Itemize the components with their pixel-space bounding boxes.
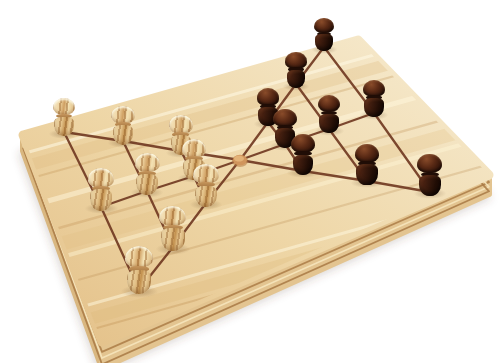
peg-body	[136, 174, 158, 195]
peg-head	[314, 18, 334, 33]
light-peg-LB2[interactable]	[159, 206, 186, 252]
dark-peg-RB3[interactable]	[417, 154, 442, 196]
light-peg-LB3[interactable]	[125, 246, 154, 294]
peg-body	[195, 186, 217, 207]
peg-body	[113, 125, 133, 145]
board-game-scene	[0, 0, 500, 363]
peg-head	[193, 164, 219, 184]
peg-body	[54, 117, 74, 136]
peg-body	[287, 70, 305, 88]
peg-body	[315, 34, 332, 51]
light-peg-LM3[interactable]	[88, 168, 114, 211]
peg-head	[285, 52, 306, 68]
peg-body	[356, 164, 377, 185]
peg-head	[88, 168, 114, 188]
light-peg-LB1[interactable]	[193, 164, 219, 207]
peg-head	[363, 80, 385, 97]
dark-peg-RB1[interactable]	[291, 134, 315, 175]
peg-body	[127, 270, 152, 294]
peg-body	[90, 189, 112, 211]
dark-peg-RM3[interactable]	[363, 80, 385, 117]
dark-peg-RT3[interactable]	[314, 18, 334, 51]
peg-head	[318, 95, 341, 113]
peg-head	[111, 106, 134, 124]
peg-head	[53, 98, 76, 116]
peg-body	[293, 155, 314, 175]
dark-peg-RM2[interactable]	[318, 95, 341, 133]
peg-body	[319, 114, 339, 133]
light-peg-LM2[interactable]	[135, 153, 160, 195]
peg-body	[419, 175, 441, 196]
peg-head	[182, 139, 207, 158]
peg-body	[364, 98, 383, 117]
peg-head	[125, 246, 154, 268]
dark-peg-RT2[interactable]	[285, 52, 306, 88]
dark-peg-RB2[interactable]	[355, 144, 380, 186]
peg-body	[161, 228, 184, 251]
peg-head	[169, 115, 193, 133]
peg-head	[159, 206, 186, 227]
light-peg-LT3[interactable]	[53, 98, 76, 137]
peg-head	[273, 109, 296, 127]
peg-head	[355, 144, 380, 163]
peg-head	[291, 134, 315, 153]
peg-head	[417, 154, 442, 173]
light-peg-LT2[interactable]	[111, 106, 134, 145]
peg-head	[257, 88, 280, 105]
peg-head	[135, 153, 160, 172]
